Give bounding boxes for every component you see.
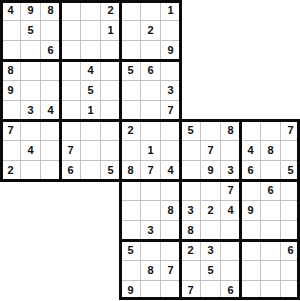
cell-r4c7[interactable]: 5: [120, 60, 140, 80]
cell-r5c2[interactable]: [20, 80, 40, 100]
cell-r2c9[interactable]: [160, 20, 180, 40]
cell-r9c10[interactable]: [180, 160, 200, 180]
cell-r10c9[interactable]: [160, 180, 180, 200]
cell-r9c12[interactable]: 3: [220, 160, 240, 180]
cell-r9c15[interactable]: 5: [280, 160, 300, 180]
cell-r2c6[interactable]: 1: [100, 20, 120, 40]
cell-r7c9[interactable]: [160, 120, 180, 140]
cell-r7c4[interactable]: [60, 120, 80, 140]
cell-r8c9[interactable]: [160, 140, 180, 160]
cell-r15c15[interactable]: [280, 280, 300, 300]
cell-r6c8[interactable]: [140, 100, 160, 120]
cell-r12c11[interactable]: [200, 220, 220, 240]
cell-r12c10[interactable]: 8: [180, 220, 200, 240]
sudoku-board: 4982151269845695334177247126587458774893…: [0, 0, 300, 300]
cell-r1c9[interactable]: 1: [160, 0, 180, 20]
cell-r8c1[interactable]: [0, 140, 20, 160]
cell-r14c11[interactable]: 5: [200, 260, 220, 280]
cell-r8c2[interactable]: 4: [20, 140, 40, 160]
cell-r14c8[interactable]: 8: [140, 260, 160, 280]
cell-r7c15[interactable]: 7: [280, 120, 300, 140]
cell-r7c1[interactable]: 7: [0, 120, 20, 140]
cell-r9c11[interactable]: 9: [200, 160, 220, 180]
cell-r5c1[interactable]: 9: [0, 80, 20, 100]
cell-r6c2[interactable]: 3: [20, 100, 40, 120]
cell-r11c12[interactable]: 4: [220, 200, 240, 220]
cell-r14c15[interactable]: [280, 260, 300, 280]
cell-r13c13[interactable]: [240, 240, 260, 260]
cell-r1c1[interactable]: 4: [0, 0, 20, 20]
cell-r14c10[interactable]: [180, 260, 200, 280]
cell-r12c14[interactable]: [260, 220, 280, 240]
cell-r4c6[interactable]: [100, 60, 120, 80]
cell-r11c9[interactable]: 8: [160, 200, 180, 220]
cell-r15c12[interactable]: 6: [220, 280, 240, 300]
cell-r5c5[interactable]: 5: [80, 80, 100, 100]
cell-r15c9[interactable]: [160, 280, 180, 300]
cell-r2c3[interactable]: [40, 20, 60, 40]
cell-r8c11[interactable]: 7: [200, 140, 220, 160]
cell-r4c8[interactable]: 6: [140, 60, 160, 80]
cell-r13c10[interactable]: 2: [180, 240, 200, 260]
cell-r13c12[interactable]: [220, 240, 240, 260]
cell-r1c8[interactable]: [140, 0, 160, 20]
cell-r2c5[interactable]: [80, 20, 100, 40]
cell-r7c13[interactable]: [240, 120, 260, 140]
cell-r6c1[interactable]: [0, 100, 20, 120]
cell-r9c8[interactable]: 7: [140, 160, 160, 180]
cell-r7c10[interactable]: 5: [180, 120, 200, 140]
cell-r12c7[interactable]: [120, 220, 140, 240]
cell-r3c3[interactable]: 6: [40, 40, 60, 60]
cell-r8c10[interactable]: [180, 140, 200, 160]
cell-r4c4[interactable]: [60, 60, 80, 80]
cell-r11c11[interactable]: 2: [200, 200, 220, 220]
cell-r13c15[interactable]: 6: [280, 240, 300, 260]
cell-r2c2[interactable]: 5: [20, 20, 40, 40]
cell-r10c13[interactable]: [240, 180, 260, 200]
cell-r15c7[interactable]: 9: [120, 280, 140, 300]
cell-r8c7[interactable]: [120, 140, 140, 160]
cell-r12c9[interactable]: [160, 220, 180, 240]
cell-r9c4[interactable]: 6: [60, 160, 80, 180]
cell-r6c3[interactable]: 4: [40, 100, 60, 120]
cell-r12c12[interactable]: [220, 220, 240, 240]
cell-r11c7[interactable]: [120, 200, 140, 220]
cell-r14c12[interactable]: [220, 260, 240, 280]
cell-r6c4[interactable]: [60, 100, 80, 120]
cell-r7c12[interactable]: 8: [220, 120, 240, 140]
cell-r10c8[interactable]: [140, 180, 160, 200]
cell-r11c14[interactable]: [260, 200, 280, 220]
cell-r11c10[interactable]: 3: [180, 200, 200, 220]
cell-r6c6[interactable]: [100, 100, 120, 120]
cell-r11c13[interactable]: 9: [240, 200, 260, 220]
cell-r2c1[interactable]: [0, 20, 20, 40]
cell-r9c7[interactable]: 8: [120, 160, 140, 180]
cell-r3c1[interactable]: [0, 40, 20, 60]
cell-r15c8[interactable]: [140, 280, 160, 300]
cell-r3c2[interactable]: [20, 40, 40, 60]
cell-r7c3[interactable]: [40, 120, 60, 140]
cell-r4c3[interactable]: [40, 60, 60, 80]
cell-r8c15[interactable]: [280, 140, 300, 160]
cell-r4c1[interactable]: 8: [0, 60, 20, 80]
cell-r8c3[interactable]: [40, 140, 60, 160]
cell-r2c4[interactable]: [60, 20, 80, 40]
cell-r13c9[interactable]: [160, 240, 180, 260]
cell-r1c4[interactable]: [60, 0, 80, 20]
cell-r11c15[interactable]: [280, 200, 300, 220]
cell-r9c6[interactable]: 5: [100, 160, 120, 180]
cell-r3c7[interactable]: [120, 40, 140, 60]
cell-r10c10[interactable]: [180, 180, 200, 200]
cell-r1c3[interactable]: 8: [40, 0, 60, 20]
cell-r7c5[interactable]: [80, 120, 100, 140]
cell-r4c2[interactable]: [20, 60, 40, 80]
cell-r5c4[interactable]: [60, 80, 80, 100]
cell-r1c6[interactable]: 2: [100, 0, 120, 20]
cell-r15c14[interactable]: [260, 280, 280, 300]
cell-r3c9[interactable]: 9: [160, 40, 180, 60]
cell-r15c13[interactable]: [240, 280, 260, 300]
cell-r15c11[interactable]: [200, 280, 220, 300]
cell-r4c9[interactable]: [160, 60, 180, 80]
cell-r13c14[interactable]: [260, 240, 280, 260]
cell-r9c14[interactable]: [260, 160, 280, 180]
cell-r5c3[interactable]: [40, 80, 60, 100]
cell-r10c15[interactable]: [280, 180, 300, 200]
cell-r14c9[interactable]: 7: [160, 260, 180, 280]
cell-r5c7[interactable]: [120, 80, 140, 100]
cell-r4c5[interactable]: 4: [80, 60, 100, 80]
cell-r11c8[interactable]: [140, 200, 160, 220]
cell-r14c7[interactable]: [120, 260, 140, 280]
cell-r14c13[interactable]: [240, 260, 260, 280]
cell-r13c11[interactable]: 3: [200, 240, 220, 260]
cell-r9c13[interactable]: 6: [240, 160, 260, 180]
cell-r9c1[interactable]: 2: [0, 160, 20, 180]
cell-r12c13[interactable]: [240, 220, 260, 240]
cell-r6c5[interactable]: 1: [80, 100, 100, 120]
cell-r5c8[interactable]: [140, 80, 160, 100]
cell-r10c14[interactable]: 6: [260, 180, 280, 200]
cell-r7c2[interactable]: [20, 120, 40, 140]
cell-r3c5[interactable]: [80, 40, 100, 60]
cell-r10c11[interactable]: [200, 180, 220, 200]
cell-r6c9[interactable]: 7: [160, 100, 180, 120]
cell-r5c9[interactable]: 3: [160, 80, 180, 100]
cell-r7c14[interactable]: [260, 120, 280, 140]
cell-r7c7[interactable]: 2: [120, 120, 140, 140]
cell-r9c3[interactable]: [40, 160, 60, 180]
cell-r14c14[interactable]: [260, 260, 280, 280]
cell-r3c6[interactable]: [100, 40, 120, 60]
cell-r8c14[interactable]: 8: [260, 140, 280, 160]
cell-r8c6[interactable]: [100, 140, 120, 160]
cell-r13c7[interactable]: 5: [120, 240, 140, 260]
cell-r7c11[interactable]: [200, 120, 220, 140]
cell-r9c2[interactable]: [20, 160, 40, 180]
cell-r6c7[interactable]: [120, 100, 140, 120]
cell-r1c5[interactable]: [80, 0, 100, 20]
cell-r7c8[interactable]: [140, 120, 160, 140]
cell-r1c2[interactable]: 9: [20, 0, 40, 20]
cell-r13c8[interactable]: [140, 240, 160, 260]
cell-r7c6[interactable]: [100, 120, 120, 140]
cell-r15c10[interactable]: 7: [180, 280, 200, 300]
cell-r10c12[interactable]: 7: [220, 180, 240, 200]
cell-r8c12[interactable]: [220, 140, 240, 160]
cell-r8c5[interactable]: [80, 140, 100, 160]
puzzle-canvas: 4982151269845695334177247126587458774893…: [0, 0, 300, 301]
cell-r10c7[interactable]: [120, 180, 140, 200]
cell-r9c5[interactable]: [80, 160, 100, 180]
cell-r3c8[interactable]: [140, 40, 160, 60]
cell-r8c8[interactable]: 1: [140, 140, 160, 160]
cell-r12c8[interactable]: 3: [140, 220, 160, 240]
cell-r8c4[interactable]: 7: [60, 140, 80, 160]
cell-r12c15[interactable]: [280, 220, 300, 240]
cell-r8c13[interactable]: 4: [240, 140, 260, 160]
cell-r5c6[interactable]: [100, 80, 120, 100]
cell-r1c7[interactable]: [120, 0, 140, 20]
cell-r9c9[interactable]: 4: [160, 160, 180, 180]
cell-r3c4[interactable]: [60, 40, 80, 60]
cell-r2c8[interactable]: 2: [140, 20, 160, 40]
cell-r2c7[interactable]: [120, 20, 140, 40]
